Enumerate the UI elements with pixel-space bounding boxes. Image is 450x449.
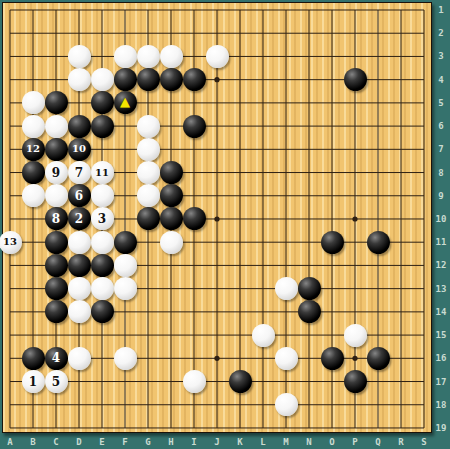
row-label-8: 8 bbox=[433, 168, 449, 178]
stone-white-B6[interactable] bbox=[22, 115, 45, 138]
stone-black-N14[interactable] bbox=[298, 300, 321, 323]
row-label-16: 16 bbox=[433, 353, 449, 363]
stone-white-G9[interactable] bbox=[137, 184, 160, 207]
stone-white-E13[interactable] bbox=[91, 277, 114, 300]
move-number: 11 bbox=[95, 168, 109, 178]
column-label-D: D bbox=[69, 437, 89, 447]
stone-black-C11[interactable] bbox=[45, 231, 68, 254]
stone-white-C6[interactable] bbox=[45, 115, 68, 138]
row-label-19: 19 bbox=[433, 423, 449, 433]
stone-black-E5[interactable] bbox=[91, 91, 114, 114]
column-label-H: H bbox=[161, 437, 181, 447]
stone-white-M18[interactable] bbox=[275, 393, 298, 416]
column-label-J: J bbox=[207, 437, 227, 447]
stone-black-C7[interactable] bbox=[45, 138, 68, 161]
row-label-11: 11 bbox=[433, 237, 449, 247]
move-number: 2 bbox=[75, 213, 83, 225]
stone-white-D14[interactable] bbox=[68, 300, 91, 323]
stone-white-E8[interactable]: 11 bbox=[91, 161, 114, 184]
row-label-13: 13 bbox=[433, 284, 449, 294]
stone-white-E4[interactable] bbox=[91, 68, 114, 91]
stone-white-C17[interactable]: 5 bbox=[45, 370, 68, 393]
column-label-L: L bbox=[253, 437, 273, 447]
row-label-10: 10 bbox=[433, 214, 449, 224]
row-label-14: 14 bbox=[433, 307, 449, 317]
stone-white-C9[interactable] bbox=[45, 184, 68, 207]
stone-black-E6[interactable] bbox=[91, 115, 114, 138]
stone-black-D12[interactable] bbox=[68, 254, 91, 277]
stone-black-C10[interactable]: 8 bbox=[45, 207, 68, 230]
column-label-S: S bbox=[414, 437, 434, 447]
row-label-15: 15 bbox=[433, 330, 449, 340]
stone-white-A11[interactable]: 13 bbox=[0, 231, 22, 254]
stone-black-G10[interactable] bbox=[137, 207, 160, 230]
stone-white-B9[interactable] bbox=[22, 184, 45, 207]
stone-white-D4[interactable] bbox=[68, 68, 91, 91]
row-label-5: 5 bbox=[433, 98, 449, 108]
column-label-A: A bbox=[0, 437, 20, 447]
stone-black-H10[interactable] bbox=[160, 207, 183, 230]
stone-black-C16[interactable]: 4 bbox=[45, 347, 68, 370]
stone-white-H3[interactable] bbox=[160, 45, 183, 68]
stone-black-O16[interactable] bbox=[321, 347, 344, 370]
stone-black-D7[interactable]: 10 bbox=[68, 138, 91, 161]
stone-white-P15[interactable] bbox=[344, 324, 367, 347]
stone-white-M16[interactable] bbox=[275, 347, 298, 370]
stone-black-B8[interactable] bbox=[22, 161, 45, 184]
stone-white-J3[interactable] bbox=[206, 45, 229, 68]
stone-white-F16[interactable] bbox=[114, 347, 137, 370]
move-number: 3 bbox=[98, 213, 106, 225]
move-number: 12 bbox=[26, 144, 40, 154]
triangle-marker-icon: ▲ bbox=[120, 95, 130, 108]
stone-black-P17[interactable] bbox=[344, 370, 367, 393]
stone-white-F13[interactable] bbox=[114, 277, 137, 300]
row-label-12: 12 bbox=[433, 260, 449, 270]
stone-black-N13[interactable] bbox=[298, 277, 321, 300]
stone-black-G4[interactable] bbox=[137, 68, 160, 91]
stone-black-I10[interactable] bbox=[183, 207, 206, 230]
stone-white-C8[interactable]: 9 bbox=[45, 161, 68, 184]
stone-black-H9[interactable] bbox=[160, 184, 183, 207]
stone-white-D3[interactable] bbox=[68, 45, 91, 68]
move-number: 5 bbox=[52, 376, 60, 388]
move-number: 8 bbox=[52, 213, 60, 225]
stone-black-P4[interactable] bbox=[344, 68, 367, 91]
column-label-K: K bbox=[230, 437, 250, 447]
stone-black-O11[interactable] bbox=[321, 231, 344, 254]
star-point bbox=[352, 216, 357, 221]
stone-black-C12[interactable] bbox=[45, 254, 68, 277]
stone-white-E11[interactable] bbox=[91, 231, 114, 254]
column-label-N: N bbox=[299, 437, 319, 447]
move-number: 6 bbox=[75, 190, 83, 202]
column-label-P: P bbox=[345, 437, 365, 447]
stone-white-D11[interactable] bbox=[68, 231, 91, 254]
stone-white-E10[interactable]: 3 bbox=[91, 207, 114, 230]
stone-white-G3[interactable] bbox=[137, 45, 160, 68]
stone-white-D13[interactable] bbox=[68, 277, 91, 300]
row-label-17: 17 bbox=[433, 377, 449, 387]
column-label-M: M bbox=[276, 437, 296, 447]
stone-black-D9[interactable]: 6 bbox=[68, 184, 91, 207]
go-diagram-app: ▲12109711682313415 ABCDEFGHIJKLMNOPQRS 1… bbox=[0, 0, 450, 449]
column-label-I: I bbox=[184, 437, 204, 447]
stone-black-Q16[interactable] bbox=[367, 347, 390, 370]
move-number: 10 bbox=[72, 144, 86, 154]
row-label-3: 3 bbox=[433, 51, 449, 61]
stone-white-I17[interactable] bbox=[183, 370, 206, 393]
stone-black-B16[interactable] bbox=[22, 347, 45, 370]
star-point bbox=[214, 77, 219, 82]
column-label-C: C bbox=[46, 437, 66, 447]
column-label-B: B bbox=[23, 437, 43, 447]
stone-black-D10[interactable]: 2 bbox=[68, 207, 91, 230]
column-label-F: F bbox=[115, 437, 135, 447]
star-point bbox=[214, 356, 219, 361]
row-label-4: 4 bbox=[433, 75, 449, 85]
stone-black-K17[interactable] bbox=[229, 370, 252, 393]
stone-black-C14[interactable] bbox=[45, 300, 68, 323]
star-point bbox=[214, 216, 219, 221]
stone-black-D6[interactable] bbox=[68, 115, 91, 138]
stone-black-C5[interactable] bbox=[45, 91, 68, 114]
stone-black-H4[interactable] bbox=[160, 68, 183, 91]
stone-black-H8[interactable] bbox=[160, 161, 183, 184]
row-label-2: 2 bbox=[433, 28, 449, 38]
row-label-7: 7 bbox=[433, 144, 449, 154]
stone-white-G8[interactable] bbox=[137, 161, 160, 184]
stone-black-B7[interactable]: 12 bbox=[22, 138, 45, 161]
move-number: 9 bbox=[52, 167, 60, 179]
stone-white-B17[interactable]: 1 bbox=[22, 370, 45, 393]
stone-white-F12[interactable] bbox=[114, 254, 137, 277]
stone-black-Q11[interactable] bbox=[367, 231, 390, 254]
stone-white-G7[interactable] bbox=[137, 138, 160, 161]
stone-black-F4[interactable] bbox=[114, 68, 137, 91]
column-label-G: G bbox=[138, 437, 158, 447]
stone-white-H11[interactable] bbox=[160, 231, 183, 254]
row-label-9: 9 bbox=[433, 191, 449, 201]
row-label-1: 1 bbox=[433, 5, 449, 15]
stone-black-I6[interactable] bbox=[183, 115, 206, 138]
stone-white-M13[interactable] bbox=[275, 277, 298, 300]
move-number: 1 bbox=[29, 376, 37, 388]
move-number: 7 bbox=[75, 167, 83, 179]
stone-black-F5[interactable]: ▲ bbox=[114, 91, 137, 114]
stone-black-E14[interactable] bbox=[91, 300, 114, 323]
move-number: 13 bbox=[3, 237, 17, 247]
stone-black-C13[interactable] bbox=[45, 277, 68, 300]
column-label-E: E bbox=[92, 437, 112, 447]
stone-white-G6[interactable] bbox=[137, 115, 160, 138]
row-label-6: 6 bbox=[433, 121, 449, 131]
column-label-R: R bbox=[391, 437, 411, 447]
star-point bbox=[352, 356, 357, 361]
stone-black-F11[interactable] bbox=[114, 231, 137, 254]
goban-board[interactable]: ▲12109711682313415 bbox=[2, 2, 432, 433]
stone-white-E9[interactable] bbox=[91, 184, 114, 207]
stone-black-E12[interactable] bbox=[91, 254, 114, 277]
row-label-18: 18 bbox=[433, 400, 449, 410]
column-label-O: O bbox=[322, 437, 342, 447]
column-label-Q: Q bbox=[368, 437, 388, 447]
stone-white-B5[interactable] bbox=[22, 91, 45, 114]
stone-white-L15[interactable] bbox=[252, 324, 275, 347]
stone-white-D16[interactable] bbox=[68, 347, 91, 370]
stone-black-I4[interactable] bbox=[183, 68, 206, 91]
move-number: 4 bbox=[52, 352, 60, 364]
stone-white-D8[interactable]: 7 bbox=[68, 161, 91, 184]
stone-white-F3[interactable] bbox=[114, 45, 137, 68]
